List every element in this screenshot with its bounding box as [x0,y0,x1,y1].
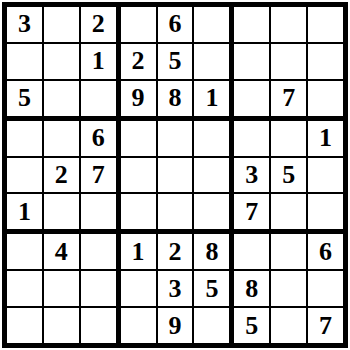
cell-r8c7: 8 [234,271,269,306]
cell-r7c4: 1 [121,234,156,269]
cell-r9c1[interactable] [7,308,42,343]
cell-r5c9[interactable] [308,158,343,193]
cell-r9c5: 9 [158,308,193,343]
cell-r2c7[interactable] [234,44,269,79]
cell-r8c2[interactable] [44,271,79,306]
cell-r1c3: 2 [81,7,116,42]
cell-r5c8: 5 [271,158,306,193]
cell-r5c1[interactable] [7,158,42,193]
cell-r2c1[interactable] [7,44,42,79]
cell-r4c9: 1 [308,121,343,156]
cell-r4c1[interactable] [7,121,42,156]
cell-r4c2[interactable] [44,121,79,156]
box-bottom-left: 4 [7,234,116,343]
cell-r9c9: 7 [308,308,343,343]
cell-r8c4[interactable] [121,271,156,306]
box-bottom-middle: 128359 [121,234,230,343]
cell-r1c7[interactable] [234,7,269,42]
cell-r5c7: 3 [234,158,269,193]
cell-r6c7: 7 [234,194,269,229]
cell-r7c2: 4 [44,234,79,269]
cell-r5c3: 7 [81,158,116,193]
cell-r3c1: 5 [7,81,42,116]
cell-r1c6[interactable] [194,7,229,42]
cell-r2c5: 5 [158,44,193,79]
cell-r1c2[interactable] [44,7,79,42]
cell-r2c4: 2 [121,44,156,79]
cell-r6c4[interactable] [121,194,156,229]
cell-r3c6: 1 [194,81,229,116]
cell-r2c6[interactable] [194,44,229,79]
cell-r4c3: 6 [81,121,116,156]
cell-r5c4[interactable] [121,158,156,193]
cell-r9c4[interactable] [121,308,156,343]
cell-r1c4[interactable] [121,7,156,42]
cell-r6c2[interactable] [44,194,79,229]
cell-r9c3[interactable] [81,308,116,343]
cell-r9c2[interactable] [44,308,79,343]
cell-r4c8[interactable] [271,121,306,156]
cell-r6c8[interactable] [271,194,306,229]
cell-r6c6[interactable] [194,194,229,229]
cell-r3c5: 8 [158,81,193,116]
cell-r6c9[interactable] [308,194,343,229]
cell-r2c9[interactable] [308,44,343,79]
cell-r3c8: 7 [271,81,306,116]
cell-r5c2: 2 [44,158,79,193]
cell-r7c7[interactable] [234,234,269,269]
cell-r6c5[interactable] [158,194,193,229]
cell-r4c5[interactable] [158,121,193,156]
cell-r9c7: 5 [234,308,269,343]
box-top-middle: 625981 [121,7,230,116]
box-bottom-right: 6857 [234,234,343,343]
cell-r3c9[interactable] [308,81,343,116]
cell-r3c7[interactable] [234,81,269,116]
cell-r7c6: 8 [194,234,229,269]
cell-r6c3[interactable] [81,194,116,229]
cell-r8c8[interactable] [271,271,306,306]
box-top-left: 3215 [7,7,116,116]
cell-r6c1: 1 [7,194,42,229]
sudoku-board: 3215 625981 7 6271 1357 4 128359 6857 [2,2,348,348]
box-middle-right: 1357 [234,121,343,230]
cell-r3c2[interactable] [44,81,79,116]
box-top-right: 7 [234,7,343,116]
cell-r2c3: 1 [81,44,116,79]
cell-r7c5: 2 [158,234,193,269]
cell-r1c1: 3 [7,7,42,42]
cell-r4c6[interactable] [194,121,229,156]
cell-r5c6[interactable] [194,158,229,193]
cell-r7c1[interactable] [7,234,42,269]
cell-r1c5: 6 [158,7,193,42]
cell-r2c8[interactable] [271,44,306,79]
cell-r3c3[interactable] [81,81,116,116]
cell-r7c3[interactable] [81,234,116,269]
cell-r9c6[interactable] [194,308,229,343]
box-middle-middle [121,121,230,230]
cell-r8c5: 3 [158,271,193,306]
cell-r8c1[interactable] [7,271,42,306]
cell-r4c4[interactable] [121,121,156,156]
cell-r1c8[interactable] [271,7,306,42]
cell-r5c5[interactable] [158,158,193,193]
cell-r7c9: 6 [308,234,343,269]
cell-r4c7[interactable] [234,121,269,156]
cell-r8c9[interactable] [308,271,343,306]
cell-r7c8[interactable] [271,234,306,269]
cell-r1c9[interactable] [308,7,343,42]
cell-r9c8[interactable] [271,308,306,343]
cell-r2c2[interactable] [44,44,79,79]
cell-r8c6: 5 [194,271,229,306]
cell-r3c4: 9 [121,81,156,116]
box-middle-left: 6271 [7,121,116,230]
cell-r8c3[interactable] [81,271,116,306]
